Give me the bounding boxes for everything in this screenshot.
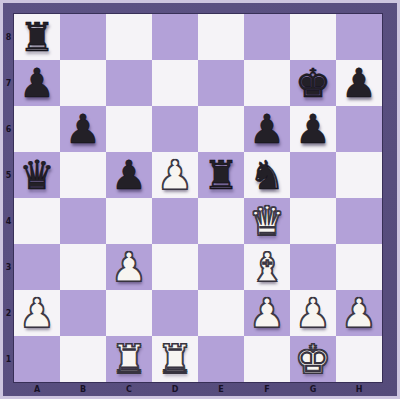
square-h3[interactable] — [336, 244, 382, 290]
white-pawn[interactable]: ♟ — [106, 244, 152, 290]
square-h7[interactable]: ♟ — [336, 60, 382, 106]
white-rook[interactable]: ♜ — [152, 336, 198, 382]
black-pawn[interactable]: ♟ — [106, 152, 152, 198]
file-label-d: D — [152, 382, 198, 396]
square-f5[interactable]: ♞ — [244, 152, 290, 198]
black-queen[interactable]: ♛ — [14, 152, 60, 198]
square-c3[interactable]: ♟ — [106, 244, 152, 290]
black-pawn[interactable]: ♟ — [336, 60, 382, 106]
square-e4[interactable] — [198, 198, 244, 244]
square-c4[interactable] — [106, 198, 152, 244]
square-g8[interactable] — [290, 14, 336, 60]
chess-board-window: 87654321 ABCDEFGH ♜♟♚♟♟♟♟♛♟♟♜♞♛♟♝♟♟♟♟♜♜♚ — [0, 0, 400, 399]
square-b2[interactable] — [60, 290, 106, 336]
square-e1[interactable] — [198, 336, 244, 382]
square-d6[interactable] — [152, 106, 198, 152]
file-label-e: E — [198, 382, 244, 396]
black-king[interactable]: ♚ — [290, 60, 336, 106]
black-pawn[interactable]: ♟ — [60, 106, 106, 152]
square-g3[interactable] — [290, 244, 336, 290]
black-rook[interactable]: ♜ — [198, 152, 244, 198]
white-rook[interactable]: ♜ — [106, 336, 152, 382]
square-c1[interactable]: ♜ — [106, 336, 152, 382]
square-e6[interactable] — [198, 106, 244, 152]
square-e8[interactable] — [198, 14, 244, 60]
square-f7[interactable] — [244, 60, 290, 106]
black-pawn[interactable]: ♟ — [14, 60, 60, 106]
white-pawn[interactable]: ♟ — [336, 290, 382, 336]
square-d1[interactable]: ♜ — [152, 336, 198, 382]
square-h4[interactable] — [336, 198, 382, 244]
black-pawn[interactable]: ♟ — [290, 106, 336, 152]
square-g1[interactable]: ♚ — [290, 336, 336, 382]
file-label-f: F — [244, 382, 290, 396]
square-e2[interactable] — [198, 290, 244, 336]
square-g2[interactable]: ♟ — [290, 290, 336, 336]
square-h2[interactable]: ♟ — [336, 290, 382, 336]
square-c8[interactable] — [106, 14, 152, 60]
square-h6[interactable] — [336, 106, 382, 152]
square-e3[interactable] — [198, 244, 244, 290]
square-h1[interactable] — [336, 336, 382, 382]
white-pawn[interactable]: ♟ — [152, 152, 198, 198]
file-label-b: B — [60, 382, 106, 396]
square-b5[interactable] — [60, 152, 106, 198]
square-d7[interactable] — [152, 60, 198, 106]
square-c2[interactable] — [106, 290, 152, 336]
rank-label-7: 7 — [3, 60, 14, 106]
black-pawn[interactable]: ♟ — [244, 106, 290, 152]
rank-label-8: 8 — [3, 14, 14, 60]
square-f8[interactable] — [244, 14, 290, 60]
square-a6[interactable] — [14, 106, 60, 152]
black-rook[interactable]: ♜ — [14, 14, 60, 60]
chess-board: ♜♟♚♟♟♟♟♛♟♟♜♞♛♟♝♟♟♟♟♜♜♚ — [14, 14, 382, 382]
square-b7[interactable] — [60, 60, 106, 106]
square-a7[interactable]: ♟ — [14, 60, 60, 106]
square-f3[interactable]: ♝ — [244, 244, 290, 290]
square-d5[interactable]: ♟ — [152, 152, 198, 198]
white-pawn[interactable]: ♟ — [290, 290, 336, 336]
square-f1[interactable] — [244, 336, 290, 382]
square-d3[interactable] — [152, 244, 198, 290]
file-label-a: A — [14, 382, 60, 396]
rank-labels: 87654321 — [3, 14, 14, 382]
square-f4[interactable]: ♛ — [244, 198, 290, 244]
square-g6[interactable]: ♟ — [290, 106, 336, 152]
black-knight[interactable]: ♞ — [244, 152, 290, 198]
square-a1[interactable] — [14, 336, 60, 382]
white-pawn[interactable]: ♟ — [14, 290, 60, 336]
square-h8[interactable] — [336, 14, 382, 60]
square-b4[interactable] — [60, 198, 106, 244]
file-label-c: C — [106, 382, 152, 396]
file-labels: ABCDEFGH — [14, 382, 382, 396]
file-label-g: G — [290, 382, 336, 396]
square-a8[interactable]: ♜ — [14, 14, 60, 60]
rank-label-2: 2 — [3, 290, 14, 336]
square-f6[interactable]: ♟ — [244, 106, 290, 152]
rank-label-3: 3 — [3, 244, 14, 290]
rank-label-6: 6 — [3, 106, 14, 152]
square-f2[interactable]: ♟ — [244, 290, 290, 336]
square-b3[interactable] — [60, 244, 106, 290]
square-a3[interactable] — [14, 244, 60, 290]
file-label-h: H — [336, 382, 382, 396]
square-d8[interactable] — [152, 14, 198, 60]
square-g7[interactable]: ♚ — [290, 60, 336, 106]
square-a2[interactable]: ♟ — [14, 290, 60, 336]
square-b8[interactable] — [60, 14, 106, 60]
square-c5[interactable]: ♟ — [106, 152, 152, 198]
square-d2[interactable] — [152, 290, 198, 336]
square-a4[interactable] — [14, 198, 60, 244]
square-g4[interactable] — [290, 198, 336, 244]
square-b6[interactable]: ♟ — [60, 106, 106, 152]
rank-label-5: 5 — [3, 152, 14, 198]
square-h5[interactable] — [336, 152, 382, 198]
white-pawn[interactable]: ♟ — [244, 290, 290, 336]
rank-label-1: 1 — [3, 336, 14, 382]
square-e7[interactable] — [198, 60, 244, 106]
square-b1[interactable] — [60, 336, 106, 382]
square-d4[interactable] — [152, 198, 198, 244]
square-e5[interactable]: ♜ — [198, 152, 244, 198]
white-bishop[interactable]: ♝ — [244, 244, 290, 290]
rank-label-4: 4 — [3, 198, 14, 244]
white-king[interactable]: ♚ — [290, 336, 336, 382]
square-c7[interactable] — [106, 60, 152, 106]
square-a5[interactable]: ♛ — [14, 152, 60, 198]
square-c6[interactable] — [106, 106, 152, 152]
square-g5[interactable] — [290, 152, 336, 198]
white-queen[interactable]: ♛ — [244, 198, 290, 244]
